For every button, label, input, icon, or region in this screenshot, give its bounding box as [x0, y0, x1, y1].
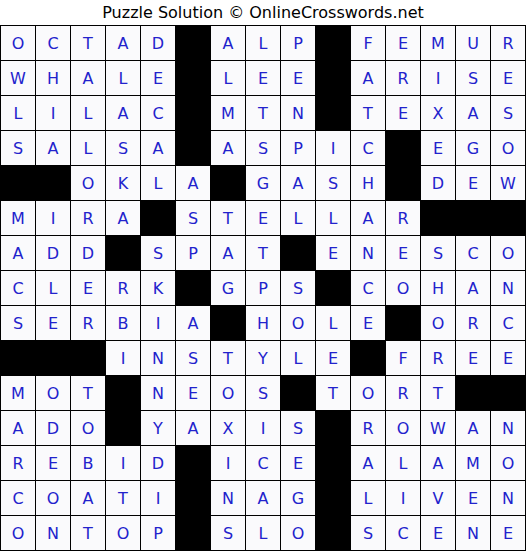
cell-r1c3: T: [71, 26, 105, 60]
cell-r2c2: H: [36, 61, 70, 95]
cell-r3c3: L: [71, 96, 105, 130]
cell-r7c7: A: [211, 236, 245, 270]
cell-r3c5: C: [141, 96, 175, 130]
cell-r7c12: E: [386, 236, 420, 270]
cell-r14c7: N: [211, 481, 245, 515]
cell-r9c14: R: [456, 306, 490, 340]
cell-r13c7: I: [211, 446, 245, 480]
cell-r12c11: R: [351, 411, 385, 445]
cell-r6c11: A: [351, 201, 385, 235]
black-cell-r11c9: [281, 376, 315, 410]
black-cell-r5c1: [1, 166, 35, 200]
cell-r14c12: I: [386, 481, 420, 515]
cell-r3c2: I: [36, 96, 70, 130]
black-cell-r6c13: [421, 201, 455, 235]
puzzle-title: Puzzle Solution © OnlineCrosswords.net: [0, 0, 526, 25]
cell-r3c1: L: [1, 96, 35, 130]
black-cell-r4c6: [176, 131, 210, 165]
cell-r14c13: V: [421, 481, 455, 515]
black-cell-r5c12: [386, 166, 420, 200]
cell-r13c14: M: [456, 446, 490, 480]
cell-r8c14: A: [456, 271, 490, 305]
cell-r2c7: L: [211, 61, 245, 95]
cell-r8c8: P: [246, 271, 280, 305]
black-cell-r4c12: [386, 131, 420, 165]
cell-r9c2: E: [36, 306, 70, 340]
cell-r10c15: E: [491, 341, 525, 375]
cell-r8c15: N: [491, 271, 525, 305]
cell-r13c4: I: [106, 446, 140, 480]
cell-r14c11: L: [351, 481, 385, 515]
cell-r1c5: D: [141, 26, 175, 60]
cell-r2c9: E: [281, 61, 315, 95]
cell-r4c4: S: [106, 131, 140, 165]
cell-r9c1: S: [1, 306, 35, 340]
black-cell-r11c15: [491, 376, 525, 410]
cell-r1c7: A: [211, 26, 245, 60]
cell-r2c14: S: [456, 61, 490, 95]
cell-r3c13: X: [421, 96, 455, 130]
black-cell-r3c10: [316, 96, 350, 130]
cell-r15c13: E: [421, 516, 455, 550]
cell-r15c5: P: [141, 516, 175, 550]
cell-r13c3: B: [71, 446, 105, 480]
cell-r6c1: M: [1, 201, 35, 235]
cell-r12c9: S: [281, 411, 315, 445]
cell-r13c8: C: [246, 446, 280, 480]
cell-r12c13: W: [421, 411, 455, 445]
cell-r8c7: G: [211, 271, 245, 305]
cell-r5c14: E: [456, 166, 490, 200]
black-cell-r6c14: [456, 201, 490, 235]
cell-r7c13: S: [421, 236, 455, 270]
cell-r9c9: O: [281, 306, 315, 340]
cell-r5c8: G: [246, 166, 280, 200]
cell-r5c9: A: [281, 166, 315, 200]
black-cell-r5c7: [211, 166, 245, 200]
cell-r7c11: N: [351, 236, 385, 270]
cell-r7c14: C: [456, 236, 490, 270]
black-cell-r13c10: [316, 446, 350, 480]
cell-r11c6: E: [176, 376, 210, 410]
black-cell-r5c2: [36, 166, 70, 200]
black-cell-r15c6: [176, 516, 210, 550]
cell-r4c5: A: [141, 131, 175, 165]
cell-r10c7: T: [211, 341, 245, 375]
black-cell-r11c4: [106, 376, 140, 410]
cell-r5c10: S: [316, 166, 350, 200]
cell-r4c13: E: [421, 131, 455, 165]
black-cell-r13c6: [176, 446, 210, 480]
cell-r10c14: E: [456, 341, 490, 375]
cell-r3c11: T: [351, 96, 385, 130]
cell-r5c6: A: [176, 166, 210, 200]
black-cell-r10c11: [351, 341, 385, 375]
cell-r1c13: M: [421, 26, 455, 60]
cell-r15c2: N: [36, 516, 70, 550]
cell-r1c11: F: [351, 26, 385, 60]
cell-r1c15: R: [491, 26, 525, 60]
cell-r8c2: L: [36, 271, 70, 305]
cell-r11c2: O: [36, 376, 70, 410]
cell-r15c12: C: [386, 516, 420, 550]
black-cell-r7c4: [106, 236, 140, 270]
crossword-grid: OCTADALPFEMURWHALELEEARISELILACMTNTEXASS…: [0, 25, 526, 551]
cell-r10c12: F: [386, 341, 420, 375]
cell-r13c1: R: [1, 446, 35, 480]
cell-r10c6: S: [176, 341, 210, 375]
black-cell-r9c7: [211, 306, 245, 340]
cell-r14c9: G: [281, 481, 315, 515]
cell-r3c14: A: [456, 96, 490, 130]
cell-r7c2: D: [36, 236, 70, 270]
cell-r2c3: A: [71, 61, 105, 95]
cell-r13c11: A: [351, 446, 385, 480]
cell-r13c5: D: [141, 446, 175, 480]
cell-r3c8: T: [246, 96, 280, 130]
cell-r8c11: C: [351, 271, 385, 305]
cell-r9c4: B: [106, 306, 140, 340]
cell-r4c9: P: [281, 131, 315, 165]
black-cell-r2c6: [176, 61, 210, 95]
cell-r5c5: L: [141, 166, 175, 200]
cell-r8c12: O: [386, 271, 420, 305]
cell-r11c11: O: [351, 376, 385, 410]
cell-r13c12: L: [386, 446, 420, 480]
cell-r11c12: R: [386, 376, 420, 410]
cell-r14c4: T: [106, 481, 140, 515]
cell-r15c4: O: [106, 516, 140, 550]
cell-r9c10: L: [316, 306, 350, 340]
black-cell-r10c1: [1, 341, 35, 375]
cell-r7c3: D: [71, 236, 105, 270]
cell-r5c3: O: [71, 166, 105, 200]
cell-r12c3: O: [71, 411, 105, 445]
cell-r9c11: E: [351, 306, 385, 340]
cell-r1c14: U: [456, 26, 490, 60]
black-cell-r14c10: [316, 481, 350, 515]
cell-r14c5: I: [141, 481, 175, 515]
cell-r2c15: E: [491, 61, 525, 95]
cell-r12c15: N: [491, 411, 525, 445]
cell-r6c8: E: [246, 201, 280, 235]
black-cell-r1c10: [316, 26, 350, 60]
cell-r8c3: E: [71, 271, 105, 305]
cell-r13c15: O: [491, 446, 525, 480]
black-cell-r8c10: [316, 271, 350, 305]
cell-r6c9: L: [281, 201, 315, 235]
cell-r6c12: R: [386, 201, 420, 235]
cell-r5c11: H: [351, 166, 385, 200]
cell-r10c13: R: [421, 341, 455, 375]
cell-r8c13: H: [421, 271, 455, 305]
cell-r9c6: A: [176, 306, 210, 340]
cell-r9c15: C: [491, 306, 525, 340]
cell-r3c9: N: [281, 96, 315, 130]
cell-r4c2: A: [36, 131, 70, 165]
black-cell-r12c4: [106, 411, 140, 445]
cell-r5c4: K: [106, 166, 140, 200]
cell-r14c1: C: [1, 481, 35, 515]
black-cell-r2c10: [316, 61, 350, 95]
black-cell-r9c12: [386, 306, 420, 340]
cell-r15c14: N: [456, 516, 490, 550]
cell-r12c5: Y: [141, 411, 175, 445]
cell-r7c6: P: [176, 236, 210, 270]
cell-r9c5: I: [141, 306, 175, 340]
cell-r8c9: S: [281, 271, 315, 305]
black-cell-r14c6: [176, 481, 210, 515]
cell-r11c1: M: [1, 376, 35, 410]
puzzle-solution-page: Puzzle Solution © OnlineCrosswords.net O…: [0, 0, 526, 551]
cell-r8c1: C: [1, 271, 35, 305]
black-cell-r10c3: [71, 341, 105, 375]
cell-r5c13: D: [421, 166, 455, 200]
cell-r7c1: A: [1, 236, 35, 270]
black-cell-r10c2: [36, 341, 70, 375]
cell-r12c6: A: [176, 411, 210, 445]
cell-r11c7: O: [211, 376, 245, 410]
cell-r9c3: R: [71, 306, 105, 340]
cell-r13c13: A: [421, 446, 455, 480]
cell-r6c2: I: [36, 201, 70, 235]
cell-r6c10: L: [316, 201, 350, 235]
cell-r15c8: L: [246, 516, 280, 550]
cell-r2c13: I: [421, 61, 455, 95]
cell-r11c5: N: [141, 376, 175, 410]
cell-r15c7: S: [211, 516, 245, 550]
cell-r3c12: E: [386, 96, 420, 130]
black-cell-r1c6: [176, 26, 210, 60]
cell-r3c4: A: [106, 96, 140, 130]
cell-r13c2: E: [36, 446, 70, 480]
black-cell-r6c15: [491, 201, 525, 235]
cell-r8c5: K: [141, 271, 175, 305]
cell-r2c12: R: [386, 61, 420, 95]
cell-r4c3: L: [71, 131, 105, 165]
black-cell-r15c10: [316, 516, 350, 550]
cell-r15c11: S: [351, 516, 385, 550]
cell-r7c5: S: [141, 236, 175, 270]
black-cell-r8c6: [176, 271, 210, 305]
cell-r6c3: R: [71, 201, 105, 235]
cell-r14c14: E: [456, 481, 490, 515]
cell-r10c5: N: [141, 341, 175, 375]
cell-r1c8: L: [246, 26, 280, 60]
cell-r10c9: L: [281, 341, 315, 375]
cell-r15c3: T: [71, 516, 105, 550]
cell-r10c8: Y: [246, 341, 280, 375]
cell-r14c3: A: [71, 481, 105, 515]
cell-r9c8: H: [246, 306, 280, 340]
cell-r1c1: O: [1, 26, 35, 60]
cell-r8c4: R: [106, 271, 140, 305]
cell-r4c11: C: [351, 131, 385, 165]
cell-r4c8: S: [246, 131, 280, 165]
black-cell-r12c10: [316, 411, 350, 445]
cell-r2c8: E: [246, 61, 280, 95]
cell-r12c2: D: [36, 411, 70, 445]
black-cell-r3c6: [176, 96, 210, 130]
cell-r14c8: A: [246, 481, 280, 515]
cell-r2c11: A: [351, 61, 385, 95]
cell-r5c15: W: [491, 166, 525, 200]
cell-r10c4: I: [106, 341, 140, 375]
cell-r3c15: S: [491, 96, 525, 130]
black-cell-r11c14: [456, 376, 490, 410]
cell-r2c1: W: [1, 61, 35, 95]
cell-r7c10: E: [316, 236, 350, 270]
cell-r11c10: T: [316, 376, 350, 410]
cell-r15c9: O: [281, 516, 315, 550]
cell-r7c8: T: [246, 236, 280, 270]
cell-r4c14: G: [456, 131, 490, 165]
cell-r9c13: O: [421, 306, 455, 340]
cell-r15c15: E: [491, 516, 525, 550]
cell-r12c1: A: [1, 411, 35, 445]
cell-r1c12: E: [386, 26, 420, 60]
cell-r15c1: O: [1, 516, 35, 550]
cell-r3c7: M: [211, 96, 245, 130]
cell-r11c8: S: [246, 376, 280, 410]
cell-r6c7: T: [211, 201, 245, 235]
cell-r12c8: I: [246, 411, 280, 445]
cell-r7c15: O: [491, 236, 525, 270]
cell-r12c14: A: [456, 411, 490, 445]
black-cell-r6c5: [141, 201, 175, 235]
cell-r12c7: X: [211, 411, 245, 445]
cell-r4c10: I: [316, 131, 350, 165]
cell-r4c7: A: [211, 131, 245, 165]
cell-r14c15: N: [491, 481, 525, 515]
cell-r2c4: L: [106, 61, 140, 95]
cell-r6c4: A: [106, 201, 140, 235]
black-cell-r7c9: [281, 236, 315, 270]
cell-r2c5: E: [141, 61, 175, 95]
cell-r1c2: C: [36, 26, 70, 60]
cell-r14c2: O: [36, 481, 70, 515]
cell-r4c1: S: [1, 131, 35, 165]
cell-r11c13: T: [421, 376, 455, 410]
cell-r6c6: S: [176, 201, 210, 235]
cell-r12c12: O: [386, 411, 420, 445]
cell-r11c3: T: [71, 376, 105, 410]
cell-r4c15: O: [491, 131, 525, 165]
cell-r1c9: P: [281, 26, 315, 60]
cell-r1c4: A: [106, 26, 140, 60]
cell-r13c9: E: [281, 446, 315, 480]
cell-r10c10: E: [316, 341, 350, 375]
